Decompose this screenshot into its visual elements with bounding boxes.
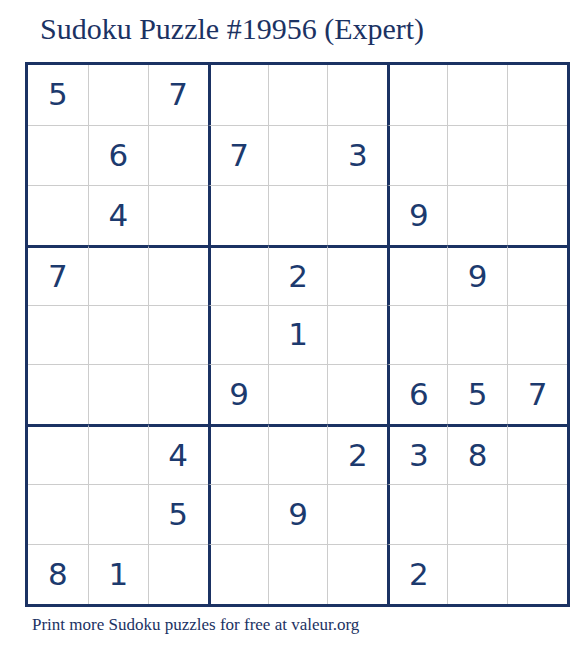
cell-r9c4 — [208, 544, 268, 604]
cell-r3c4 — [208, 185, 268, 245]
cell-r8c6 — [327, 484, 387, 544]
cell-r3c5 — [268, 185, 328, 245]
cell-r5c4 — [208, 305, 268, 365]
cell-r6c1 — [28, 364, 88, 424]
cell-r5c5: 1 — [268, 305, 328, 365]
cell-r6c5 — [268, 364, 328, 424]
cell-r4c3 — [148, 245, 208, 305]
sudoku-board: 576734972919657423859812 — [25, 62, 570, 607]
cell-r9c6 — [327, 544, 387, 604]
cell-r5c8 — [447, 305, 507, 365]
cell-r6c2 — [88, 364, 148, 424]
cell-r3c2: 4 — [88, 185, 148, 245]
cell-r2c6: 3 — [327, 125, 387, 185]
cell-r6c6 — [327, 364, 387, 424]
cell-r8c1 — [28, 484, 88, 544]
cell-r2c1 — [28, 125, 88, 185]
cell-r5c2 — [88, 305, 148, 365]
footer-text: Print more Sudoku puzzles for free at va… — [32, 615, 359, 635]
cell-r3c7: 9 — [387, 185, 447, 245]
cell-r1c9 — [507, 65, 567, 125]
cell-r9c2: 1 — [88, 544, 148, 604]
cell-r8c7 — [387, 484, 447, 544]
cell-r1c3: 7 — [148, 65, 208, 125]
cell-r4c1: 7 — [28, 245, 88, 305]
cell-r1c5 — [268, 65, 328, 125]
cell-r2c4: 7 — [208, 125, 268, 185]
cell-r9c1: 8 — [28, 544, 88, 604]
cell-r7c9 — [507, 424, 567, 484]
cell-r1c2 — [88, 65, 148, 125]
cell-r1c6 — [327, 65, 387, 125]
cell-r5c3 — [148, 305, 208, 365]
cell-r7c8: 8 — [447, 424, 507, 484]
cell-r7c3: 4 — [148, 424, 208, 484]
cell-r4c8: 9 — [447, 245, 507, 305]
cell-r9c8 — [447, 544, 507, 604]
cell-r6c7: 6 — [387, 364, 447, 424]
cell-r4c6 — [327, 245, 387, 305]
cell-r2c5 — [268, 125, 328, 185]
cell-r3c9 — [507, 185, 567, 245]
cell-r2c7 — [387, 125, 447, 185]
cell-r6c8: 5 — [447, 364, 507, 424]
cell-r1c1: 5 — [28, 65, 88, 125]
cell-r8c5: 9 — [268, 484, 328, 544]
cell-r3c6 — [327, 185, 387, 245]
cell-r7c5 — [268, 424, 328, 484]
cell-r2c2: 6 — [88, 125, 148, 185]
cell-r2c3 — [148, 125, 208, 185]
cell-r8c3: 5 — [148, 484, 208, 544]
cell-r7c6: 2 — [327, 424, 387, 484]
cell-r7c4 — [208, 424, 268, 484]
cell-r5c6 — [327, 305, 387, 365]
cell-r6c4: 9 — [208, 364, 268, 424]
cell-r2c9 — [507, 125, 567, 185]
cell-r4c7 — [387, 245, 447, 305]
cell-r3c8 — [447, 185, 507, 245]
cell-r8c9 — [507, 484, 567, 544]
cell-r7c7: 3 — [387, 424, 447, 484]
cell-r9c9 — [507, 544, 567, 604]
cell-r7c2 — [88, 424, 148, 484]
cell-r6c9: 7 — [507, 364, 567, 424]
cell-r9c7: 2 — [387, 544, 447, 604]
cell-r4c4 — [208, 245, 268, 305]
cell-r1c7 — [387, 65, 447, 125]
cell-r5c9 — [507, 305, 567, 365]
cell-r5c1 — [28, 305, 88, 365]
cell-r7c1 — [28, 424, 88, 484]
cell-r5c7 — [387, 305, 447, 365]
sudoku-page: Sudoku Puzzle #19956 (Expert) 5767349729… — [0, 0, 580, 651]
cell-r3c3 — [148, 185, 208, 245]
cell-r9c5 — [268, 544, 328, 604]
cell-r2c8 — [447, 125, 507, 185]
page-title: Sudoku Puzzle #19956 (Expert) — [40, 12, 424, 46]
cell-r8c2 — [88, 484, 148, 544]
cell-r8c8 — [447, 484, 507, 544]
cell-r3c1 — [28, 185, 88, 245]
cell-r1c4 — [208, 65, 268, 125]
cell-r6c3 — [148, 364, 208, 424]
cell-r4c2 — [88, 245, 148, 305]
cell-r4c9 — [507, 245, 567, 305]
cell-r1c8 — [447, 65, 507, 125]
cell-r9c3 — [148, 544, 208, 604]
cell-r4c5: 2 — [268, 245, 328, 305]
cell-r8c4 — [208, 484, 268, 544]
